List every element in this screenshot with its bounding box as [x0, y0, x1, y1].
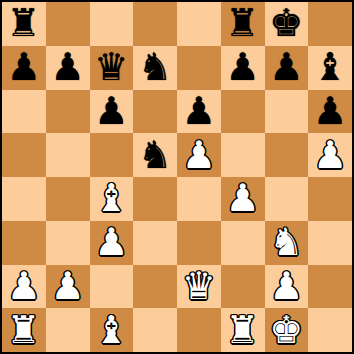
square-e1[interactable]	[177, 308, 221, 352]
white-queen[interactable]: ♛	[182, 265, 216, 308]
square-e6[interactable]: ♟	[177, 90, 221, 134]
black-pawn[interactable]: ♟	[7, 46, 41, 89]
white-bishop[interactable]: ♝	[94, 177, 128, 220]
square-h7[interactable]: ♝	[308, 46, 352, 90]
square-f3[interactable]	[221, 221, 265, 265]
square-d1[interactable]	[133, 308, 177, 352]
black-rook[interactable]: ♜	[226, 2, 260, 45]
square-f8[interactable]: ♜	[221, 2, 265, 46]
white-pawn[interactable]: ♟	[226, 177, 260, 220]
square-c1[interactable]: ♝	[90, 308, 134, 352]
square-e4[interactable]	[177, 177, 221, 221]
square-g8[interactable]: ♚	[265, 2, 309, 46]
white-pawn[interactable]: ♟	[94, 221, 128, 264]
square-d3[interactable]	[133, 221, 177, 265]
black-knight[interactable]: ♞	[138, 46, 172, 89]
square-a3[interactable]	[2, 221, 46, 265]
square-a2[interactable]: ♟	[2, 265, 46, 309]
square-f1[interactable]: ♜	[221, 308, 265, 352]
square-h1[interactable]	[308, 308, 352, 352]
square-f4[interactable]: ♟	[221, 177, 265, 221]
square-f2[interactable]	[221, 265, 265, 309]
white-knight[interactable]: ♞	[269, 221, 303, 264]
square-a1[interactable]: ♜	[2, 308, 46, 352]
square-c8[interactable]	[90, 2, 134, 46]
square-e5[interactable]: ♟	[177, 133, 221, 177]
square-b8[interactable]	[46, 2, 90, 46]
black-pawn[interactable]: ♟	[269, 46, 303, 89]
black-pawn[interactable]: ♟	[313, 90, 347, 133]
square-a6[interactable]	[2, 90, 46, 134]
square-a5[interactable]	[2, 133, 46, 177]
black-rook[interactable]: ♜	[7, 2, 41, 45]
black-king[interactable]: ♚	[269, 2, 303, 45]
square-h6[interactable]: ♟	[308, 90, 352, 134]
square-e3[interactable]	[177, 221, 221, 265]
black-pawn[interactable]: ♟	[226, 46, 260, 89]
white-pawn[interactable]: ♟	[7, 265, 41, 308]
square-h3[interactable]	[308, 221, 352, 265]
black-pawn[interactable]: ♟	[182, 90, 216, 133]
square-d7[interactable]: ♞	[133, 46, 177, 90]
white-pawn[interactable]: ♟	[51, 265, 85, 308]
square-b6[interactable]	[46, 90, 90, 134]
square-f7[interactable]: ♟	[221, 46, 265, 90]
black-bishop[interactable]: ♝	[313, 46, 347, 89]
square-f6[interactable]	[221, 90, 265, 134]
square-d2[interactable]	[133, 265, 177, 309]
black-knight[interactable]: ♞	[138, 134, 172, 177]
white-rook[interactable]: ♜	[226, 309, 260, 352]
square-a8[interactable]: ♜	[2, 2, 46, 46]
square-g3[interactable]: ♞	[265, 221, 309, 265]
square-d4[interactable]	[133, 177, 177, 221]
square-g1[interactable]: ♚	[265, 308, 309, 352]
square-h5[interactable]: ♟	[308, 133, 352, 177]
square-g2[interactable]: ♟	[265, 265, 309, 309]
square-c5[interactable]	[90, 133, 134, 177]
square-a7[interactable]: ♟	[2, 46, 46, 90]
square-g5[interactable]	[265, 133, 309, 177]
white-pawn[interactable]: ♟	[269, 265, 303, 308]
square-f5[interactable]	[221, 133, 265, 177]
black-pawn[interactable]: ♟	[94, 90, 128, 133]
white-pawn[interactable]: ♟	[182, 134, 216, 177]
square-c7[interactable]: ♛	[90, 46, 134, 90]
square-g6[interactable]	[265, 90, 309, 134]
white-pawn[interactable]: ♟	[313, 134, 347, 177]
square-g7[interactable]: ♟	[265, 46, 309, 90]
square-h4[interactable]	[308, 177, 352, 221]
black-pawn[interactable]: ♟	[51, 46, 85, 89]
square-h2[interactable]	[308, 265, 352, 309]
square-c3[interactable]: ♟	[90, 221, 134, 265]
square-b2[interactable]: ♟	[46, 265, 90, 309]
square-b7[interactable]: ♟	[46, 46, 90, 90]
square-b3[interactable]	[46, 221, 90, 265]
black-queen[interactable]: ♛	[94, 46, 128, 89]
white-bishop[interactable]: ♝	[94, 309, 128, 352]
square-c2[interactable]	[90, 265, 134, 309]
square-g4[interactable]	[265, 177, 309, 221]
square-e8[interactable]	[177, 2, 221, 46]
square-a4[interactable]	[2, 177, 46, 221]
square-c4[interactable]: ♝	[90, 177, 134, 221]
chess-board: ♜♜♚♟♟♛♞♟♟♝♟♟♟♞♟♟♝♟♟♞♟♟♛♟♜♝♜♚	[0, 0, 354, 354]
square-d8[interactable]	[133, 2, 177, 46]
square-e2[interactable]: ♛	[177, 265, 221, 309]
square-e7[interactable]	[177, 46, 221, 90]
square-b4[interactable]	[46, 177, 90, 221]
square-d5[interactable]: ♞	[133, 133, 177, 177]
square-d6[interactable]	[133, 90, 177, 134]
square-b1[interactable]	[46, 308, 90, 352]
square-h8[interactable]	[308, 2, 352, 46]
square-c6[interactable]: ♟	[90, 90, 134, 134]
square-b5[interactable]	[46, 133, 90, 177]
white-king[interactable]: ♚	[269, 309, 303, 352]
white-rook[interactable]: ♜	[7, 309, 41, 352]
